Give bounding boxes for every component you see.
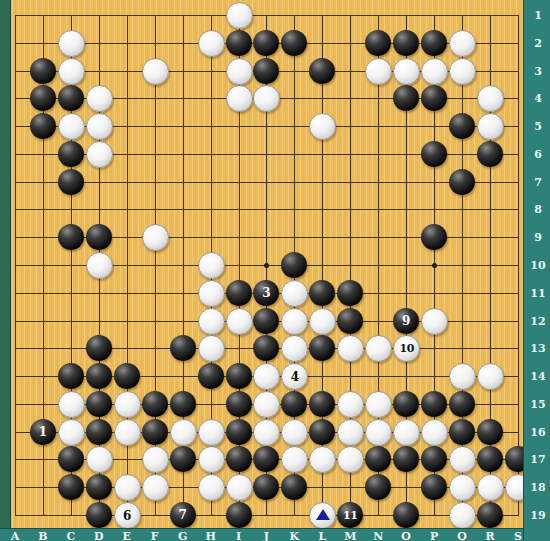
left-border-strip bbox=[0, 0, 11, 541]
stone-white-F3[interactable] bbox=[142, 58, 169, 85]
stone-black-J3[interactable] bbox=[253, 58, 279, 84]
coord-label-col-D: D bbox=[94, 529, 104, 541]
stone-black-B16[interactable]: 1 bbox=[30, 419, 56, 445]
stone-white-I18[interactable] bbox=[226, 474, 253, 501]
coord-label-col-K: K bbox=[290, 529, 300, 541]
stone-white-D4[interactable] bbox=[86, 85, 113, 112]
stone-black-Q15[interactable] bbox=[449, 391, 475, 417]
stone-white-C15[interactable] bbox=[58, 391, 85, 418]
stone-black-G17[interactable] bbox=[170, 446, 196, 472]
coord-label-row-6: 6 bbox=[534, 147, 542, 160]
coord-label-row-12: 12 bbox=[530, 314, 545, 327]
coord-label-col-Q: Q bbox=[457, 529, 467, 541]
stone-white-P16[interactable] bbox=[421, 419, 448, 446]
stone-white-E19[interactable]: 6 bbox=[114, 502, 141, 529]
stone-white-M16[interactable] bbox=[337, 419, 364, 446]
stone-white-E15[interactable] bbox=[114, 391, 141, 418]
coord-label-row-7: 7 bbox=[534, 175, 542, 188]
move-number: 6 bbox=[123, 510, 131, 522]
stone-white-I12[interactable] bbox=[226, 308, 253, 335]
stone-white-Q19[interactable] bbox=[449, 502, 476, 529]
move-number: 7 bbox=[178, 509, 186, 521]
coord-label-col-E: E bbox=[123, 529, 131, 541]
coord-label-col-M: M bbox=[344, 529, 356, 541]
stone-white-D10[interactable] bbox=[86, 252, 113, 279]
stone-white-Q3[interactable] bbox=[449, 58, 476, 85]
coord-label-row-16: 16 bbox=[530, 425, 545, 438]
stone-white-H11[interactable] bbox=[198, 280, 225, 307]
stone-white-H17[interactable] bbox=[198, 446, 225, 473]
stone-white-C16[interactable] bbox=[58, 419, 85, 446]
stone-white-K11[interactable] bbox=[281, 280, 308, 307]
stone-white-Q2[interactable] bbox=[449, 30, 476, 57]
stone-white-H2[interactable] bbox=[198, 30, 225, 57]
coord-label-row-18: 18 bbox=[530, 481, 545, 494]
stone-black-C18[interactable] bbox=[58, 474, 84, 500]
stone-white-N15[interactable] bbox=[365, 391, 392, 418]
stone-white-O3[interactable] bbox=[393, 58, 420, 85]
stone-white-K12[interactable] bbox=[281, 308, 308, 335]
stone-black-L11[interactable] bbox=[309, 280, 335, 306]
coord-label-row-11: 11 bbox=[530, 286, 545, 299]
stone-white-H13[interactable] bbox=[198, 335, 225, 362]
stone-black-I15[interactable] bbox=[226, 391, 252, 417]
stone-black-D13[interactable] bbox=[86, 335, 112, 361]
stone-black-P15[interactable] bbox=[421, 391, 447, 417]
coord-label-row-9: 9 bbox=[534, 231, 542, 244]
stone-black-I11[interactable] bbox=[226, 280, 252, 306]
stone-black-D16[interactable] bbox=[86, 419, 112, 445]
stone-white-F9[interactable] bbox=[142, 224, 169, 251]
move-number: 4 bbox=[291, 371, 299, 383]
stone-white-I3[interactable] bbox=[226, 58, 253, 85]
stone-white-Q14[interactable] bbox=[449, 363, 476, 390]
stone-black-O19[interactable] bbox=[393, 502, 419, 528]
stone-black-M11[interactable] bbox=[337, 280, 363, 306]
stone-black-L3[interactable] bbox=[309, 58, 335, 84]
stone-white-F18[interactable] bbox=[142, 474, 169, 501]
stone-white-M15[interactable] bbox=[337, 391, 364, 418]
coord-label-row-4: 4 bbox=[534, 92, 542, 105]
stone-black-C6[interactable] bbox=[58, 141, 84, 167]
stone-black-C9[interactable] bbox=[58, 224, 84, 250]
stone-white-O16[interactable] bbox=[393, 419, 420, 446]
coord-label-col-C: C bbox=[66, 529, 75, 541]
coord-label-col-I: I bbox=[236, 529, 241, 541]
coord-label-col-J: J bbox=[264, 529, 269, 541]
stone-black-I14[interactable] bbox=[226, 363, 252, 389]
stone-black-D9[interactable] bbox=[86, 224, 112, 250]
stone-black-F16[interactable] bbox=[142, 419, 168, 445]
stone-white-H18[interactable] bbox=[198, 474, 225, 501]
stone-black-O15[interactable] bbox=[393, 391, 419, 417]
stone-black-D15[interactable] bbox=[86, 391, 112, 417]
move-number: 11 bbox=[343, 510, 357, 521]
stone-white-P3[interactable] bbox=[421, 58, 448, 85]
coord-label-col-R: R bbox=[485, 529, 494, 541]
stone-black-P2[interactable] bbox=[421, 30, 447, 56]
stone-black-B5[interactable] bbox=[30, 113, 56, 139]
stone-black-I17[interactable] bbox=[226, 446, 252, 472]
grid-vline bbox=[518, 15, 519, 516]
stone-black-F15[interactable] bbox=[142, 391, 168, 417]
coord-label-row-3: 3 bbox=[534, 64, 542, 77]
coord-label-row-17: 17 bbox=[530, 453, 545, 466]
stone-black-C7[interactable] bbox=[58, 169, 84, 195]
stone-white-L12[interactable] bbox=[309, 308, 336, 335]
stone-black-G15[interactable] bbox=[170, 391, 196, 417]
coord-label-col-P: P bbox=[430, 529, 438, 541]
move-number: 3 bbox=[262, 287, 270, 299]
stone-white-N3[interactable] bbox=[365, 58, 392, 85]
stone-black-R19[interactable] bbox=[477, 502, 503, 528]
stone-black-D19[interactable] bbox=[86, 502, 112, 528]
stone-black-C14[interactable] bbox=[58, 363, 84, 389]
stone-black-I19[interactable] bbox=[226, 502, 252, 528]
stone-black-N2[interactable] bbox=[365, 30, 391, 56]
stone-black-I2[interactable] bbox=[226, 30, 252, 56]
stone-white-P12[interactable] bbox=[421, 308, 448, 335]
stone-black-K2[interactable] bbox=[281, 30, 307, 56]
coord-label-row-13: 13 bbox=[530, 342, 545, 355]
stone-white-R5[interactable] bbox=[477, 113, 504, 140]
coord-label-col-G: G bbox=[178, 529, 187, 541]
right-coordinate-strip: 12345678910111213141516171819 bbox=[523, 0, 550, 541]
stone-black-E14[interactable] bbox=[114, 363, 140, 389]
stone-white-C5[interactable] bbox=[58, 113, 85, 140]
stone-black-R6[interactable] bbox=[477, 141, 503, 167]
coord-label-col-F: F bbox=[151, 529, 159, 541]
go-board-app: 3910416711 12345678910111213141516171819… bbox=[0, 0, 550, 541]
coord-label-row-8: 8 bbox=[534, 203, 542, 216]
coord-label-row-5: 5 bbox=[534, 120, 542, 133]
stone-black-P6[interactable] bbox=[421, 141, 447, 167]
triangle-marker bbox=[316, 509, 330, 520]
stone-black-G19[interactable]: 7 bbox=[170, 502, 196, 528]
stone-white-H16[interactable] bbox=[198, 419, 225, 446]
stone-black-O12[interactable]: 9 bbox=[393, 308, 419, 334]
stone-white-F17[interactable] bbox=[142, 446, 169, 473]
stone-black-Q16[interactable] bbox=[449, 419, 475, 445]
stone-white-I4[interactable] bbox=[226, 85, 253, 112]
stone-black-L16[interactable] bbox=[309, 419, 335, 445]
stone-white-G16[interactable] bbox=[170, 419, 197, 446]
stone-white-D6[interactable] bbox=[86, 141, 113, 168]
stone-black-I16[interactable] bbox=[226, 419, 252, 445]
stone-white-K16[interactable] bbox=[281, 419, 308, 446]
coord-label-col-B: B bbox=[38, 529, 47, 541]
coord-label-row-19: 19 bbox=[530, 509, 545, 522]
coord-label-col-L: L bbox=[318, 529, 326, 541]
stone-black-B3[interactable] bbox=[30, 58, 56, 84]
move-number: 9 bbox=[402, 315, 410, 327]
coord-label-row-14: 14 bbox=[530, 370, 545, 383]
coord-label-col-S: S bbox=[514, 529, 522, 541]
move-number: 1 bbox=[39, 426, 47, 438]
stone-white-H12[interactable] bbox=[198, 308, 225, 335]
stone-white-N16[interactable] bbox=[365, 419, 392, 446]
stone-white-H10[interactable] bbox=[198, 252, 225, 279]
coord-label-col-N: N bbox=[373, 529, 383, 541]
coord-label-col-A: A bbox=[11, 529, 20, 541]
stone-black-O2[interactable] bbox=[393, 30, 419, 56]
stone-black-J12[interactable] bbox=[253, 308, 279, 334]
coord-label-row-10: 10 bbox=[530, 259, 545, 272]
stone-white-D5[interactable] bbox=[86, 113, 113, 140]
coord-label-row-1: 1 bbox=[534, 9, 542, 22]
stone-white-E18[interactable] bbox=[114, 474, 141, 501]
coord-label-col-O: O bbox=[401, 529, 411, 541]
coord-label-row-2: 2 bbox=[534, 36, 542, 49]
coord-label-row-15: 15 bbox=[530, 397, 545, 410]
stone-white-R14[interactable] bbox=[477, 363, 504, 390]
stone-white-C3[interactable] bbox=[58, 58, 85, 85]
stone-black-Q5[interactable] bbox=[449, 113, 475, 139]
stone-black-D14[interactable] bbox=[86, 363, 112, 389]
stone-black-H14[interactable] bbox=[198, 363, 224, 389]
stone-white-I1[interactable] bbox=[226, 2, 253, 29]
stone-black-Q7[interactable] bbox=[449, 169, 475, 195]
stone-white-J16[interactable] bbox=[253, 419, 280, 446]
stone-black-R16[interactable] bbox=[477, 419, 503, 445]
stone-black-M12[interactable] bbox=[337, 308, 363, 334]
coord-label-col-H: H bbox=[205, 529, 215, 541]
stone-black-G13[interactable] bbox=[170, 335, 196, 361]
stone-black-D18[interactable] bbox=[86, 474, 112, 500]
move-number: 10 bbox=[400, 343, 414, 354]
stone-white-C2[interactable] bbox=[58, 30, 85, 57]
stone-white-E16[interactable] bbox=[114, 419, 141, 446]
bottom-coordinate-strip: ABCDEFGHIJKLMNOPQRS bbox=[0, 528, 523, 541]
